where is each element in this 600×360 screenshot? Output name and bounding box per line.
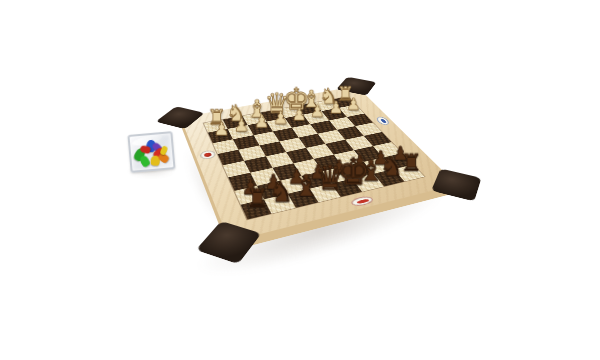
badge-emblem-icon: [203, 152, 212, 157]
badge-emblem-icon: [379, 119, 386, 124]
corner-protector-west: [156, 106, 205, 129]
product-photo: ♜♞♝♛♚♝♞♜♟♟♟♟♟♟♟♟♟♟♟♟♟♟♟♟♜♞♝♛♚♝♞♜: [0, 0, 600, 360]
round-brand-badge: [199, 149, 217, 160]
corner-protector-south: [196, 221, 262, 264]
corner-protector-north: [336, 77, 376, 96]
accessory-box: [127, 131, 175, 173]
chess-board: ♜♞♝♛♚♝♞♜♟♟♟♟♟♟♟♟♟♟♟♟♟♟♟♟♜♞♝♛♚♝♞♜: [181, 86, 457, 242]
badge-emblem-icon: [355, 198, 368, 203]
accessory-pawn: [139, 154, 151, 168]
oval-brand-badge-front: [349, 195, 375, 207]
oval-brand-badge-back: [374, 116, 391, 126]
